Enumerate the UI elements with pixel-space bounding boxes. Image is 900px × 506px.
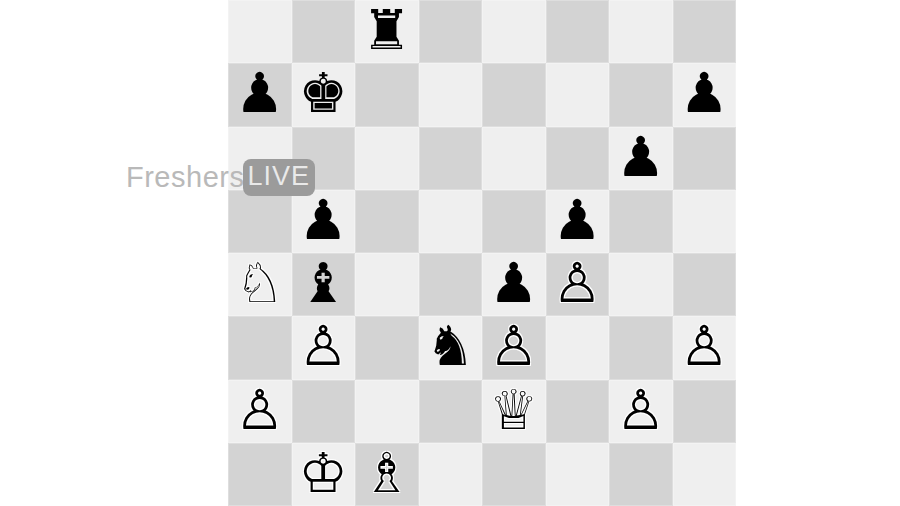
square-c4[interactable] — [355, 253, 419, 316]
square-g7[interactable] — [609, 63, 673, 126]
piece-white-bishop: ♗ — [362, 446, 411, 501]
square-h3[interactable]: ♙ — [673, 316, 737, 379]
square-h8[interactable] — [673, 0, 737, 63]
square-d7[interactable] — [419, 63, 483, 126]
square-g3[interactable] — [609, 316, 673, 379]
square-c5[interactable] — [355, 190, 419, 253]
square-f1[interactable] — [546, 443, 610, 506]
square-d5[interactable] — [419, 190, 483, 253]
square-b5[interactable]: ♟ — [292, 190, 356, 253]
square-e3[interactable]: ♙ — [482, 316, 546, 379]
chess-board: ♜♟♚♟♟♟♟♘♝♟♙♙♞♙♙♙♕♙♔♗ — [228, 0, 736, 506]
square-f4[interactable]: ♙ — [546, 253, 610, 316]
puzzle-image: ♜♟♚♟♟♟♟♘♝♟♙♙♞♙♙♙♕♙♔♗ Freshers LIVE — [0, 0, 900, 506]
square-h2[interactable] — [673, 380, 737, 443]
square-g4[interactable] — [609, 253, 673, 316]
square-c7[interactable] — [355, 63, 419, 126]
piece-white-pawn: ♙ — [299, 319, 348, 374]
square-h5[interactable] — [673, 190, 737, 253]
square-g8[interactable] — [609, 0, 673, 63]
piece-black-knight: ♞ — [426, 319, 475, 374]
square-h1[interactable] — [673, 443, 737, 506]
square-c3[interactable] — [355, 316, 419, 379]
piece-black-pawn: ♟ — [553, 193, 602, 248]
square-g2[interactable]: ♙ — [609, 380, 673, 443]
piece-black-bishop: ♝ — [299, 256, 348, 311]
square-c2[interactable] — [355, 380, 419, 443]
piece-white-pawn: ♙ — [235, 383, 284, 438]
square-e7[interactable] — [482, 63, 546, 126]
square-g5[interactable] — [609, 190, 673, 253]
piece-black-rook: ♜ — [362, 3, 411, 58]
square-b3[interactable]: ♙ — [292, 316, 356, 379]
square-a3[interactable] — [228, 316, 292, 379]
square-e5[interactable] — [482, 190, 546, 253]
square-c6[interactable] — [355, 127, 419, 190]
square-d1[interactable] — [419, 443, 483, 506]
square-a7[interactable]: ♟ — [228, 63, 292, 126]
square-d4[interactable] — [419, 253, 483, 316]
piece-black-king: ♚ — [299, 66, 348, 121]
square-f5[interactable]: ♟ — [546, 190, 610, 253]
square-h4[interactable] — [673, 253, 737, 316]
piece-white-knight: ♘ — [235, 256, 284, 311]
square-g6[interactable]: ♟ — [609, 127, 673, 190]
square-b4[interactable]: ♝ — [292, 253, 356, 316]
square-f6[interactable] — [546, 127, 610, 190]
square-a4[interactable]: ♘ — [228, 253, 292, 316]
piece-black-pawn: ♟ — [489, 256, 538, 311]
square-a5[interactable] — [228, 190, 292, 253]
square-h6[interactable] — [673, 127, 737, 190]
square-f8[interactable] — [546, 0, 610, 63]
square-f7[interactable] — [546, 63, 610, 126]
piece-white-queen: ♕ — [489, 383, 538, 438]
piece-white-pawn: ♙ — [553, 256, 602, 311]
piece-white-pawn: ♙ — [680, 319, 729, 374]
piece-white-pawn: ♙ — [489, 319, 538, 374]
square-d6[interactable] — [419, 127, 483, 190]
watermark-brand-text: Freshers — [126, 161, 244, 194]
square-e4[interactable]: ♟ — [482, 253, 546, 316]
square-b1[interactable]: ♔ — [292, 443, 356, 506]
square-h7[interactable]: ♟ — [673, 63, 737, 126]
square-f2[interactable] — [546, 380, 610, 443]
square-a2[interactable]: ♙ — [228, 380, 292, 443]
square-e2[interactable]: ♕ — [482, 380, 546, 443]
square-a1[interactable] — [228, 443, 292, 506]
square-c1[interactable]: ♗ — [355, 443, 419, 506]
square-f3[interactable] — [546, 316, 610, 379]
piece-black-pawn: ♟ — [616, 130, 665, 185]
square-e6[interactable] — [482, 127, 546, 190]
square-e8[interactable] — [482, 0, 546, 63]
square-a8[interactable] — [228, 0, 292, 63]
square-b2[interactable] — [292, 380, 356, 443]
square-c8[interactable]: ♜ — [355, 0, 419, 63]
square-d3[interactable]: ♞ — [419, 316, 483, 379]
piece-black-pawn: ♟ — [299, 193, 348, 248]
square-d8[interactable] — [419, 0, 483, 63]
watermark-live-badge: LIVE — [243, 159, 315, 196]
piece-black-pawn: ♟ — [680, 66, 729, 121]
square-e1[interactable] — [482, 443, 546, 506]
square-b7[interactable]: ♚ — [292, 63, 356, 126]
square-d2[interactable] — [419, 380, 483, 443]
square-g1[interactable] — [609, 443, 673, 506]
piece-black-pawn: ♟ — [235, 66, 284, 121]
piece-white-pawn: ♙ — [616, 383, 665, 438]
square-b8[interactable] — [292, 0, 356, 63]
piece-white-king: ♔ — [299, 446, 348, 501]
watermark: Freshers LIVE — [126, 159, 315, 196]
